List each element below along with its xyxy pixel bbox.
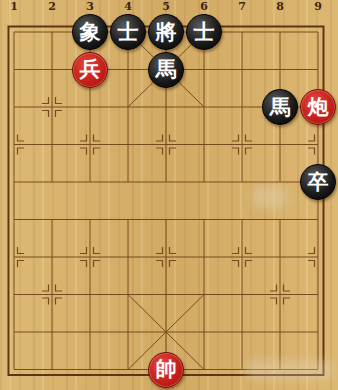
red-cannon[interactable]: 炮: [300, 89, 336, 125]
black-elephant[interactable]: 象: [72, 14, 108, 50]
board[interactable]: 象士將士兵馬馬炮卒帥: [0, 13, 337, 388]
black-pawn[interactable]: 卒: [300, 164, 336, 200]
red-pawn[interactable]: 兵: [72, 52, 108, 88]
black-advisor-left[interactable]: 士: [110, 14, 146, 50]
black-horse-center[interactable]: 馬: [148, 52, 184, 88]
black-advisor-right[interactable]: 士: [186, 14, 222, 50]
black-general[interactable]: 將: [148, 14, 184, 50]
red-general[interactable]: 帥: [148, 352, 184, 388]
black-horse-right[interactable]: 馬: [262, 89, 298, 125]
xiangqi-app: 123456789 象士將士兵馬馬炮卒帥: [0, 0, 338, 390]
